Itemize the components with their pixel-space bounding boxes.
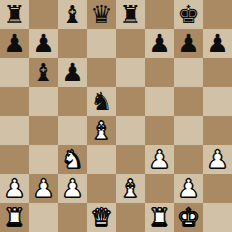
square-c2[interactable]: ♟ bbox=[58, 174, 87, 203]
square-f5[interactable] bbox=[145, 87, 174, 116]
square-b1[interactable] bbox=[29, 203, 58, 232]
piece-white-rook: ♜ bbox=[3, 203, 25, 232]
square-a4[interactable] bbox=[0, 116, 29, 145]
square-e7[interactable] bbox=[116, 29, 145, 58]
square-a7[interactable]: ♟ bbox=[0, 29, 29, 58]
piece-white-pawn: ♟ bbox=[148, 145, 170, 174]
square-b2[interactable]: ♟ bbox=[29, 174, 58, 203]
piece-black-queen: ♛ bbox=[90, 0, 112, 29]
square-h1[interactable] bbox=[203, 203, 232, 232]
square-h3[interactable]: ♟ bbox=[203, 145, 232, 174]
piece-white-knight: ♞ bbox=[61, 145, 83, 174]
chess-board: ♜♝♛♜♚♟♟♟♟♟♝♟♞♝♞♟♟♟♟♟♝♟♜♛♜♚ bbox=[0, 0, 232, 232]
square-e5[interactable] bbox=[116, 87, 145, 116]
piece-white-rook: ♜ bbox=[148, 203, 170, 232]
square-d4[interactable]: ♝ bbox=[87, 116, 116, 145]
piece-black-pawn: ♟ bbox=[206, 29, 228, 58]
square-c3[interactable]: ♞ bbox=[58, 145, 87, 174]
square-f4[interactable] bbox=[145, 116, 174, 145]
square-g5[interactable] bbox=[174, 87, 203, 116]
piece-white-pawn: ♟ bbox=[206, 145, 228, 174]
piece-white-bishop: ♝ bbox=[90, 116, 112, 145]
square-b7[interactable]: ♟ bbox=[29, 29, 58, 58]
square-h7[interactable]: ♟ bbox=[203, 29, 232, 58]
square-e2[interactable]: ♝ bbox=[116, 174, 145, 203]
piece-black-knight: ♞ bbox=[90, 87, 112, 116]
square-g2[interactable]: ♟ bbox=[174, 174, 203, 203]
piece-black-bishop: ♝ bbox=[61, 0, 83, 29]
square-g4[interactable] bbox=[174, 116, 203, 145]
square-f6[interactable] bbox=[145, 58, 174, 87]
square-f1[interactable]: ♜ bbox=[145, 203, 174, 232]
square-a3[interactable] bbox=[0, 145, 29, 174]
square-f7[interactable]: ♟ bbox=[145, 29, 174, 58]
piece-black-pawn: ♟ bbox=[32, 29, 54, 58]
square-d2[interactable] bbox=[87, 174, 116, 203]
square-b6[interactable]: ♝ bbox=[29, 58, 58, 87]
piece-black-rook: ♜ bbox=[119, 0, 141, 29]
piece-white-pawn: ♟ bbox=[177, 174, 199, 203]
piece-black-pawn: ♟ bbox=[3, 29, 25, 58]
square-b3[interactable] bbox=[29, 145, 58, 174]
piece-white-queen: ♛ bbox=[90, 203, 112, 232]
piece-black-king: ♚ bbox=[177, 0, 199, 29]
square-b5[interactable] bbox=[29, 87, 58, 116]
square-f3[interactable]: ♟ bbox=[145, 145, 174, 174]
square-g7[interactable]: ♟ bbox=[174, 29, 203, 58]
square-b4[interactable] bbox=[29, 116, 58, 145]
piece-black-pawn: ♟ bbox=[177, 29, 199, 58]
square-c1[interactable] bbox=[58, 203, 87, 232]
square-e3[interactable] bbox=[116, 145, 145, 174]
square-h8[interactable] bbox=[203, 0, 232, 29]
square-a8[interactable]: ♜ bbox=[0, 0, 29, 29]
square-g3[interactable] bbox=[174, 145, 203, 174]
square-h5[interactable] bbox=[203, 87, 232, 116]
square-c6[interactable]: ♟ bbox=[58, 58, 87, 87]
piece-white-bishop: ♝ bbox=[119, 174, 141, 203]
square-d5[interactable]: ♞ bbox=[87, 87, 116, 116]
piece-white-pawn: ♟ bbox=[3, 174, 25, 203]
square-h6[interactable] bbox=[203, 58, 232, 87]
square-e8[interactable]: ♜ bbox=[116, 0, 145, 29]
square-e4[interactable] bbox=[116, 116, 145, 145]
square-d8[interactable]: ♛ bbox=[87, 0, 116, 29]
square-c4[interactable] bbox=[58, 116, 87, 145]
square-d3[interactable] bbox=[87, 145, 116, 174]
square-e6[interactable] bbox=[116, 58, 145, 87]
piece-black-pawn: ♟ bbox=[148, 29, 170, 58]
piece-white-pawn: ♟ bbox=[32, 174, 54, 203]
square-b8[interactable] bbox=[29, 0, 58, 29]
piece-black-rook: ♜ bbox=[3, 0, 25, 29]
square-a2[interactable]: ♟ bbox=[0, 174, 29, 203]
square-g8[interactable]: ♚ bbox=[174, 0, 203, 29]
square-d6[interactable] bbox=[87, 58, 116, 87]
square-d7[interactable] bbox=[87, 29, 116, 58]
square-h4[interactable] bbox=[203, 116, 232, 145]
square-a5[interactable] bbox=[0, 87, 29, 116]
square-a1[interactable]: ♜ bbox=[0, 203, 29, 232]
square-f2[interactable] bbox=[145, 174, 174, 203]
square-d1[interactable]: ♛ bbox=[87, 203, 116, 232]
square-c5[interactable] bbox=[58, 87, 87, 116]
square-a6[interactable] bbox=[0, 58, 29, 87]
square-h2[interactable] bbox=[203, 174, 232, 203]
piece-white-king: ♚ bbox=[177, 203, 199, 232]
square-c8[interactable]: ♝ bbox=[58, 0, 87, 29]
square-g6[interactable] bbox=[174, 58, 203, 87]
square-g1[interactable]: ♚ bbox=[174, 203, 203, 232]
square-c7[interactable] bbox=[58, 29, 87, 58]
square-f8[interactable] bbox=[145, 0, 174, 29]
piece-black-pawn: ♟ bbox=[61, 58, 83, 87]
piece-white-pawn: ♟ bbox=[61, 174, 83, 203]
piece-black-bishop: ♝ bbox=[32, 58, 54, 87]
square-e1[interactable] bbox=[116, 203, 145, 232]
